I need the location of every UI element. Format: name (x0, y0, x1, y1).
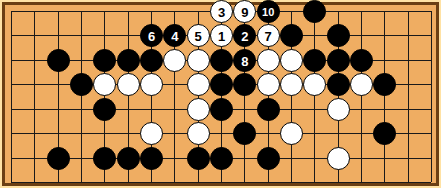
move-number: 1 (218, 30, 225, 43)
stone-black-c3r7 (47, 147, 70, 170)
stone-white-c10r2: 1 (210, 24, 233, 47)
move-number: 6 (148, 30, 155, 43)
stone-black-c7r2: 6 (140, 24, 163, 47)
move-number: 5 (195, 30, 202, 43)
stone-white-c13r3 (280, 49, 303, 72)
grid-line-vertical (384, 11, 385, 182)
stone-white-c9r6 (187, 122, 210, 145)
grid-line-vertical (314, 11, 315, 182)
stone-white-c9r4 (187, 73, 210, 96)
stone-black-c17r4 (373, 73, 396, 96)
stone-black-c16r3 (350, 49, 373, 72)
stone-black-c13r2 (280, 24, 303, 47)
stone-white-c16r4 (350, 73, 373, 96)
stone-black-c12r1: 10 (257, 0, 280, 23)
stone-black-c5r3 (93, 49, 116, 72)
stone-black-c17r6 (373, 122, 396, 145)
stone-black-c12r5 (257, 98, 280, 121)
stone-black-c10r7 (210, 147, 233, 170)
stone-black-c15r3 (327, 49, 350, 72)
stone-black-c10r5 (210, 98, 233, 121)
stone-black-c10r3 (210, 49, 233, 72)
stone-black-c14r1 (303, 0, 326, 23)
stone-black-c9r7 (187, 147, 210, 170)
move-number: 7 (265, 30, 272, 43)
stone-black-c11r3: 8 (233, 49, 256, 72)
stone-white-c8r3 (163, 49, 186, 72)
move-number: 3 (218, 6, 225, 19)
stone-white-c5r4 (93, 73, 116, 96)
grid-line-vertical (408, 11, 409, 182)
stone-white-c12r4 (257, 73, 280, 96)
stone-black-c5r7 (93, 147, 116, 170)
move-number: 8 (241, 54, 248, 67)
move-number: 9 (241, 6, 248, 19)
go-board: 39106451278 (0, 0, 441, 188)
stone-white-c9r2: 5 (187, 24, 210, 47)
stone-white-c9r5 (187, 98, 210, 121)
stone-black-c6r3 (117, 49, 140, 72)
stone-black-c8r2: 4 (163, 24, 186, 47)
move-number: 4 (171, 30, 178, 43)
stone-black-c4r4 (70, 73, 93, 96)
stone-black-c6r7 (117, 147, 140, 170)
go-diagram: 39106451278 (0, 0, 441, 188)
stone-white-c13r4 (280, 73, 303, 96)
stone-white-c12r3 (257, 49, 280, 72)
stone-white-c12r2: 7 (257, 24, 280, 47)
stone-black-c10r4 (210, 73, 233, 96)
move-number: 10 (262, 7, 274, 18)
stone-white-c7r4 (140, 73, 163, 96)
stone-black-c15r2 (327, 24, 350, 47)
stone-white-c14r4 (303, 73, 326, 96)
stone-white-c9r3 (187, 49, 210, 72)
grid-line-horizontal (11, 182, 431, 183)
stone-black-c3r3 (47, 49, 70, 72)
stone-black-c5r5 (93, 98, 116, 121)
stone-white-c15r7 (327, 147, 350, 170)
stone-black-c11r4 (233, 73, 256, 96)
stone-black-c14r3 (303, 49, 326, 72)
grid-line-vertical (81, 11, 82, 182)
grid-line-horizontal (11, 133, 431, 134)
stone-white-c15r5 (327, 98, 350, 121)
stone-black-c7r7 (140, 147, 163, 170)
stone-white-c13r6 (280, 122, 303, 145)
grid-line-vertical (431, 11, 432, 182)
stone-black-c12r7 (257, 147, 280, 170)
stone-white-c7r6 (140, 122, 163, 145)
stone-black-c11r2: 2 (233, 24, 256, 47)
grid-line-vertical (11, 11, 12, 182)
grid-line-vertical (361, 11, 362, 182)
stone-black-c15r4 (327, 73, 350, 96)
grid-line-vertical (34, 11, 35, 182)
stone-black-c7r3 (140, 49, 163, 72)
stone-black-c11r6 (233, 122, 256, 145)
stone-white-c11r1: 9 (233, 0, 256, 23)
stone-white-c10r1: 3 (210, 0, 233, 23)
stone-white-c6r4 (117, 73, 140, 96)
move-number: 2 (241, 30, 248, 43)
